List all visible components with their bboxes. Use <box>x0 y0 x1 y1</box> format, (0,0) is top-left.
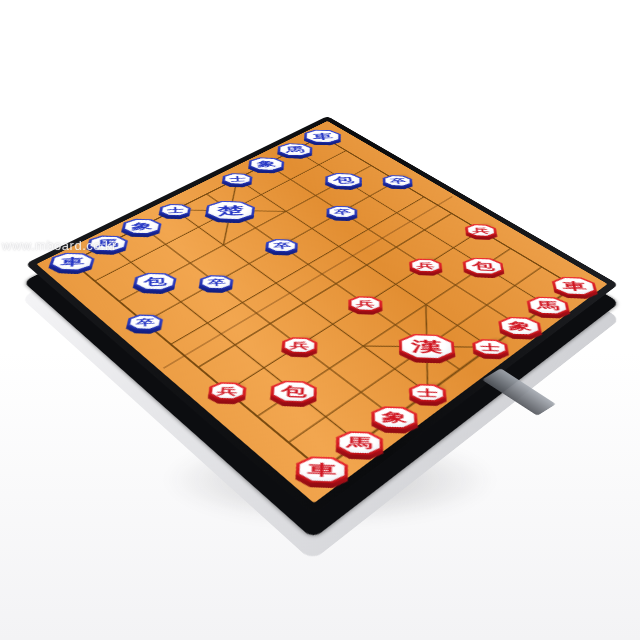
piece-glyph: 象 <box>507 321 532 332</box>
piece-glyph: 兵 <box>289 341 309 350</box>
piece-glyph: 卒 <box>135 318 154 327</box>
piece-glyph: 象 <box>131 222 152 231</box>
piece-glyph: 卒 <box>332 208 350 215</box>
piece-side <box>472 343 510 360</box>
piece-top-face <box>339 433 380 454</box>
piece-glyph: 象 <box>381 411 407 424</box>
piece-edge-ring <box>398 333 456 360</box>
piece-shadow <box>339 285 397 323</box>
piece-shadow <box>272 325 333 367</box>
piece-glyph: 車 <box>59 256 84 267</box>
piece-shadow <box>129 264 188 301</box>
piece-side <box>270 384 318 407</box>
piece-glyph: 車 <box>307 462 337 478</box>
watermark-text: www.mboard.co.kr <box>2 238 117 253</box>
piece-shadow <box>198 369 263 415</box>
piece-glyph: 車 <box>561 281 587 292</box>
piece-shadow <box>463 327 523 369</box>
piece-glyph: 漢 <box>411 339 443 354</box>
piece-glyph: 卒 <box>388 178 406 185</box>
piece-side <box>498 320 543 340</box>
piece-side <box>281 341 318 358</box>
piece-shadow <box>400 326 460 368</box>
piece-glyph: 馬 <box>346 436 372 450</box>
board-scene-wrapper: 車馬象士士象馬車楚包包卒卒卒卒卒兵兵兵兵兵包包漢車馬象士士象馬車 <box>105 57 539 491</box>
piece-glyph: 包 <box>144 276 168 287</box>
piece-edge-ring <box>270 380 317 403</box>
piece-edge-ring <box>371 406 418 430</box>
piece-side <box>399 337 457 364</box>
piece-edge-ring <box>472 339 510 356</box>
piece-edge-ring <box>335 431 383 456</box>
piece-top-face <box>412 385 443 400</box>
piece-glyph: 馬 <box>535 301 560 311</box>
piece-shadow <box>493 307 551 347</box>
piece-side <box>207 386 247 405</box>
piece-top-face <box>129 316 160 329</box>
piece-side <box>348 299 382 315</box>
piece-side <box>335 435 383 460</box>
piece-edge-ring <box>281 337 317 354</box>
piece-edge-ring <box>409 384 447 403</box>
piece-glyph: 楚 <box>217 205 245 217</box>
piece-glyph: 兵 <box>216 386 237 396</box>
piece-shadow <box>117 303 178 343</box>
piece-edge-ring <box>295 456 348 484</box>
piece-top-face <box>402 335 453 359</box>
piece-top-face <box>274 382 315 402</box>
piece-top-face <box>284 339 314 353</box>
piece-glyph: 包 <box>333 176 355 185</box>
piece-glyph: 士 <box>166 206 183 213</box>
piece-glyph: 兵 <box>416 262 434 270</box>
piece-side <box>124 318 162 335</box>
piece-top-face <box>351 297 379 310</box>
piece-glyph: 兵 <box>472 227 490 234</box>
piece-glyph: 士 <box>480 343 500 352</box>
piece-edge-ring <box>207 382 246 401</box>
piece-top-face <box>211 384 243 399</box>
piece-edge-ring <box>348 296 382 312</box>
piece-glyph: 士 <box>417 388 438 398</box>
piece-top-face <box>501 318 539 335</box>
piece-glyph: 馬 <box>285 146 305 154</box>
janggi-board: 車馬象士士象馬車楚包包卒卒卒卒卒兵兵兵兵兵包包漢車馬象士士象馬車 <box>37 121 608 503</box>
piece-shadow <box>399 371 462 417</box>
piece-glyph: 兵 <box>356 300 375 309</box>
piece-glyph: 卒 <box>272 242 290 250</box>
piece-side <box>371 410 418 434</box>
piece-shadow <box>522 287 579 325</box>
piece-glyph: 包 <box>281 385 308 398</box>
piece-glyph: 包 <box>472 261 496 271</box>
piece-glyph: 卒 <box>206 278 225 287</box>
piece-top-face <box>374 407 414 427</box>
piece-side <box>295 461 348 489</box>
piece-side <box>526 300 571 319</box>
piece-shadow <box>265 369 329 415</box>
piece-side <box>409 388 447 407</box>
piece-top-face <box>475 340 506 354</box>
piece-top-face <box>299 458 344 482</box>
board-pieces: 車馬象士士象馬車楚包包卒卒卒卒卒兵兵兵兵兵包包漢車馬象士士象馬車 <box>37 121 608 503</box>
piece-glyph: 象 <box>256 160 276 168</box>
piece-edge-ring <box>125 314 163 330</box>
piece-edge-ring <box>497 316 542 336</box>
piece-glyph: 士 <box>229 175 246 182</box>
piece-glyph: 車 <box>311 132 333 140</box>
